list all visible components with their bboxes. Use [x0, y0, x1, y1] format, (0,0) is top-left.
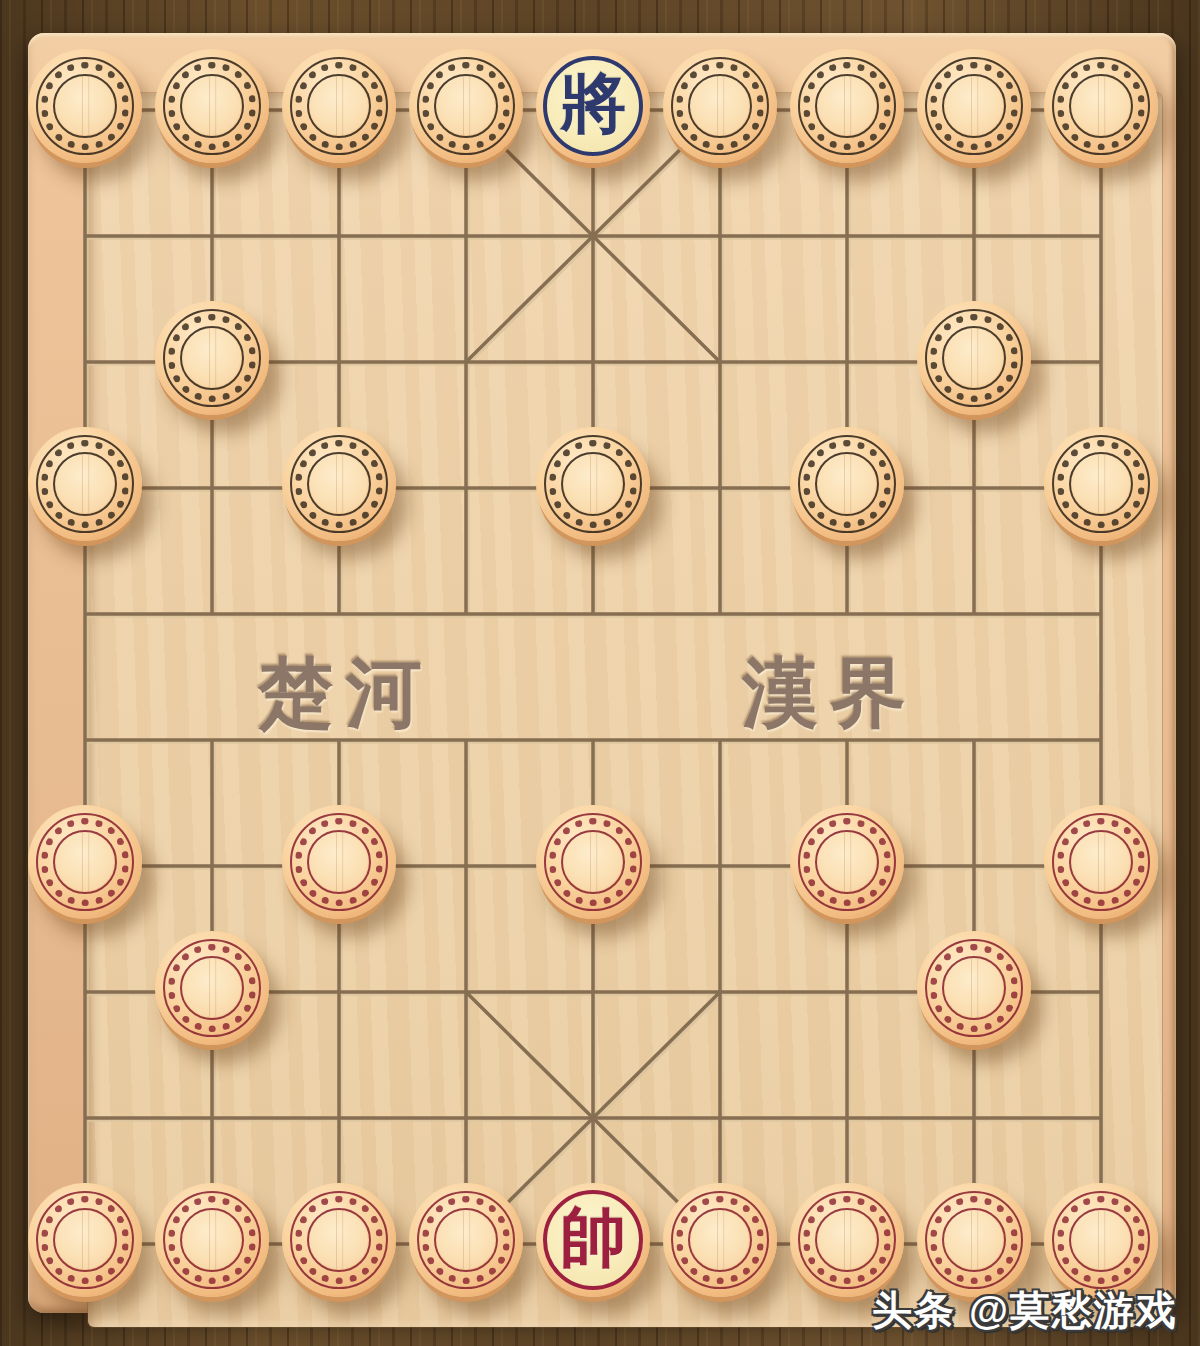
river-label-han-jie: 漢界 — [742, 648, 918, 738]
piece-wood-center — [437, 1211, 495, 1269]
hidden-piece-black[interactable] — [790, 49, 904, 163]
general-face: 將 — [543, 56, 643, 156]
hidden-piece-black[interactable] — [917, 301, 1031, 415]
hidden-piece-red[interactable] — [790, 805, 904, 919]
hidden-piece-red[interactable] — [28, 1183, 142, 1297]
hidden-piece-red[interactable] — [1044, 1183, 1158, 1297]
piece-wood-center — [183, 959, 241, 1017]
hidden-piece-black[interactable] — [917, 49, 1031, 163]
hidden-piece-black[interactable] — [663, 49, 777, 163]
piece-wood-center — [1072, 455, 1130, 513]
hidden-piece-black[interactable] — [282, 49, 396, 163]
red-general-piece[interactable]: 帥 — [536, 1183, 650, 1297]
piece-wood-center — [56, 77, 114, 135]
piece-wood-center — [310, 833, 368, 891]
piece-wood-center — [310, 1211, 368, 1269]
piece-wood-center — [1072, 833, 1130, 891]
hidden-piece-red[interactable] — [790, 1183, 904, 1297]
xiangqi-app-screen: 楚河 漢界 將帥 头条 @莫愁游戏 — [0, 0, 1200, 1346]
hidden-piece-red[interactable] — [155, 931, 269, 1045]
black-general-piece[interactable]: 將 — [536, 49, 650, 163]
hidden-piece-black[interactable] — [409, 49, 523, 163]
hidden-piece-black[interactable] — [282, 427, 396, 541]
hidden-piece-red[interactable] — [28, 805, 142, 919]
piece-wood-center — [56, 833, 114, 891]
piece-wood-center — [945, 329, 1003, 387]
river-label-chu-he: 楚河 — [258, 648, 434, 738]
piece-wood-center — [1072, 1211, 1130, 1269]
piece-wood-center — [691, 77, 749, 135]
general-face: 帥 — [543, 1190, 643, 1290]
piece-wood-center — [818, 77, 876, 135]
hidden-piece-red[interactable] — [536, 805, 650, 919]
piece-wood-center — [56, 455, 114, 513]
piece-wood-center — [945, 1211, 1003, 1269]
piece-wood-center — [183, 77, 241, 135]
piece-wood-center — [564, 833, 622, 891]
hidden-piece-black[interactable] — [155, 49, 269, 163]
hidden-piece-black[interactable] — [28, 427, 142, 541]
piece-wood-center — [691, 1211, 749, 1269]
piece-wood-center — [183, 1211, 241, 1269]
piece-wood-center — [310, 77, 368, 135]
xiangqi-board — [28, 33, 1176, 1313]
piece-wood-center — [818, 1211, 876, 1269]
hidden-piece-black[interactable] — [28, 49, 142, 163]
piece-wood-center — [1072, 77, 1130, 135]
hidden-piece-black[interactable] — [1044, 427, 1158, 541]
piece-wood-center — [818, 833, 876, 891]
piece-wood-center — [945, 77, 1003, 135]
hidden-piece-black[interactable] — [155, 301, 269, 415]
hidden-piece-red[interactable] — [1044, 805, 1158, 919]
piece-wood-center — [183, 329, 241, 387]
hidden-piece-red[interactable] — [282, 805, 396, 919]
hidden-piece-red[interactable] — [155, 1183, 269, 1297]
general-character: 帥 — [560, 1193, 626, 1283]
general-character: 將 — [560, 59, 626, 149]
piece-wood-center — [564, 455, 622, 513]
watermark-text: 头条 @莫愁游戏 — [872, 1283, 1178, 1338]
hidden-piece-black[interactable] — [790, 427, 904, 541]
hidden-piece-red[interactable] — [282, 1183, 396, 1297]
hidden-piece-red[interactable] — [663, 1183, 777, 1297]
playing-field-panel — [88, 93, 1162, 1327]
piece-wood-center — [437, 77, 495, 135]
piece-wood-center — [818, 455, 876, 513]
piece-wood-center — [56, 1211, 114, 1269]
hidden-piece-red[interactable] — [409, 1183, 523, 1297]
hidden-piece-black[interactable] — [1044, 49, 1158, 163]
piece-wood-center — [945, 959, 1003, 1017]
hidden-piece-red[interactable] — [917, 931, 1031, 1045]
piece-wood-center — [310, 455, 368, 513]
hidden-piece-black[interactable] — [536, 427, 650, 541]
hidden-piece-red[interactable] — [917, 1183, 1031, 1297]
